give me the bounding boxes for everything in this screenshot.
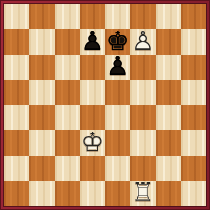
- square-c3[interactable]: [55, 130, 80, 155]
- square-e6[interactable]: ♟♙: [105, 55, 130, 80]
- square-g8[interactable]: [156, 4, 181, 29]
- square-d2[interactable]: [80, 156, 105, 181]
- square-f5[interactable]: [130, 80, 155, 105]
- square-a8[interactable]: [4, 4, 29, 29]
- piece-outline-glyph: ♖: [130, 180, 155, 205]
- square-c8[interactable]: [55, 4, 80, 29]
- square-c2[interactable]: [55, 156, 80, 181]
- square-h5[interactable]: [181, 80, 206, 105]
- white-king-piece[interactable]: ♚♔: [80, 130, 105, 155]
- square-d5[interactable]: [80, 80, 105, 105]
- square-b4[interactable]: [29, 105, 54, 130]
- square-g4[interactable]: [156, 105, 181, 130]
- square-d6[interactable]: [80, 55, 105, 80]
- black-pawn-piece[interactable]: ♟♙: [105, 55, 130, 80]
- square-f7[interactable]: ♟♙: [130, 29, 155, 54]
- square-e1[interactable]: [105, 181, 130, 206]
- square-e3[interactable]: [105, 130, 130, 155]
- square-c1[interactable]: [55, 181, 80, 206]
- square-f4[interactable]: [130, 105, 155, 130]
- square-a4[interactable]: [4, 105, 29, 130]
- square-a7[interactable]: [4, 29, 29, 54]
- black-pawn-piece[interactable]: ♟♙: [80, 29, 105, 54]
- square-h8[interactable]: [181, 4, 206, 29]
- square-c7[interactable]: [55, 29, 80, 54]
- square-b3[interactable]: [29, 130, 54, 155]
- square-h1[interactable]: [181, 181, 206, 206]
- square-d1[interactable]: [80, 181, 105, 206]
- square-h6[interactable]: [181, 55, 206, 80]
- chess-board: ♟♙♚♔♟♙♟♙♚♔♜♖: [4, 4, 206, 206]
- square-h2[interactable]: [181, 156, 206, 181]
- square-g3[interactable]: [156, 130, 181, 155]
- square-e4[interactable]: [105, 105, 130, 130]
- square-f3[interactable]: [130, 130, 155, 155]
- square-a5[interactable]: [4, 80, 29, 105]
- square-b2[interactable]: [29, 156, 54, 181]
- square-g1[interactable]: [156, 181, 181, 206]
- square-f6[interactable]: [130, 55, 155, 80]
- square-b5[interactable]: [29, 80, 54, 105]
- square-a6[interactable]: [4, 55, 29, 80]
- square-h4[interactable]: [181, 105, 206, 130]
- square-b6[interactable]: [29, 55, 54, 80]
- square-c4[interactable]: [55, 105, 80, 130]
- square-a1[interactable]: [4, 181, 29, 206]
- piece-outline-glyph: ♔: [80, 129, 105, 154]
- piece-outline-glyph: ♔: [105, 28, 130, 53]
- square-b7[interactable]: [29, 29, 54, 54]
- square-d7[interactable]: ♟♙: [80, 29, 105, 54]
- piece-outline-glyph: ♙: [80, 28, 105, 53]
- square-a2[interactable]: [4, 156, 29, 181]
- white-pawn-piece[interactable]: ♟♙: [130, 29, 155, 54]
- square-h3[interactable]: [181, 130, 206, 155]
- white-rook-piece[interactable]: ♜♖: [130, 181, 155, 206]
- square-b1[interactable]: [29, 181, 54, 206]
- square-e2[interactable]: [105, 156, 130, 181]
- square-f1[interactable]: ♜♖: [130, 181, 155, 206]
- square-g6[interactable]: [156, 55, 181, 80]
- square-d3[interactable]: ♚♔: [80, 130, 105, 155]
- piece-outline-glyph: ♙: [105, 54, 130, 79]
- square-g5[interactable]: [156, 80, 181, 105]
- square-h7[interactable]: [181, 29, 206, 54]
- chess-board-frame: ♟♙♚♔♟♙♟♙♚♔♜♖: [0, 0, 210, 210]
- square-c5[interactable]: [55, 80, 80, 105]
- square-g7[interactable]: [156, 29, 181, 54]
- piece-outline-glyph: ♙: [130, 28, 155, 53]
- square-e5[interactable]: [105, 80, 130, 105]
- square-a3[interactable]: [4, 130, 29, 155]
- square-g2[interactable]: [156, 156, 181, 181]
- square-c6[interactable]: [55, 55, 80, 80]
- square-b8[interactable]: [29, 4, 54, 29]
